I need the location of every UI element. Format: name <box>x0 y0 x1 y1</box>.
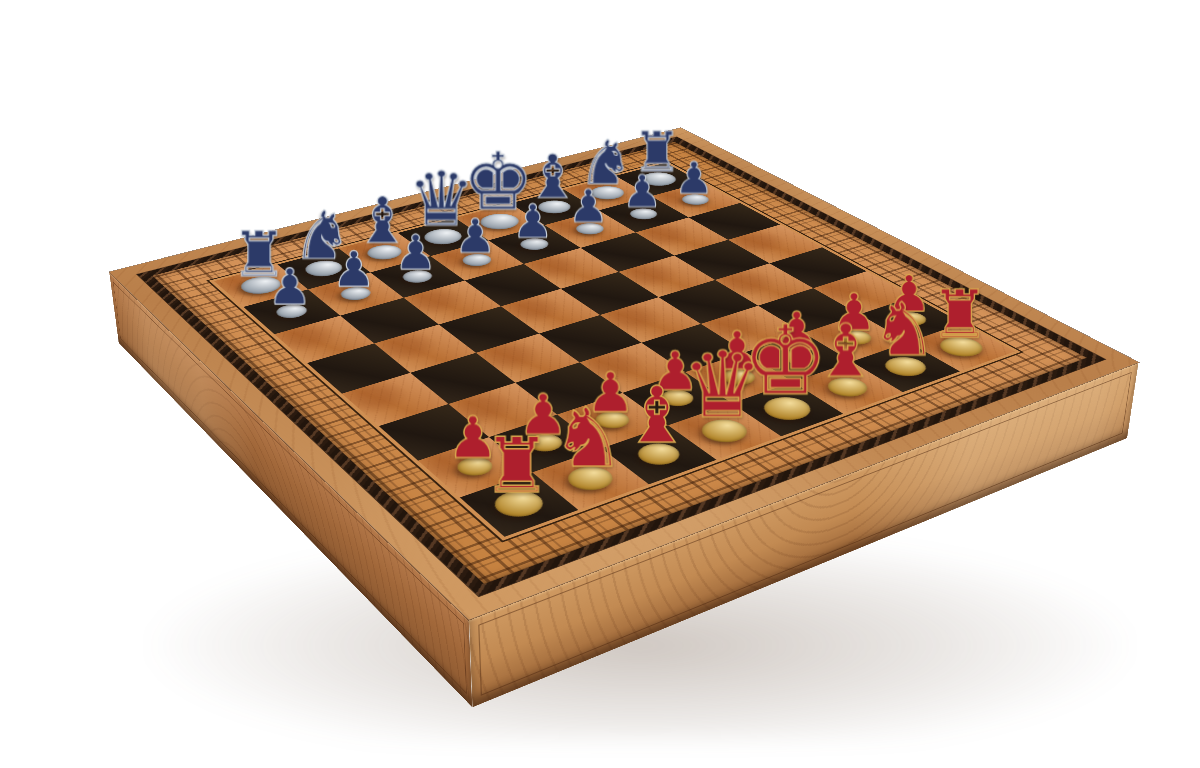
chess-board-chest: ♜♞♟♝♟♚♟♛♟♝♟♞♟♟♜♟♟♜♟♟♞♟♝♟♚♟♛♟♝♟♞♜ <box>109 128 1139 620</box>
pawn-glyph: ♟ <box>512 198 554 244</box>
bishop-glyph: ♝ <box>622 377 692 455</box>
pawn-glyph: ♟ <box>394 229 437 277</box>
pawn-glyph: ♟ <box>454 213 496 260</box>
board-top-face: ♜♞♟♝♟♚♟♛♟♝♟♞♟♟♜♟♟♜♟♟♞♟♝♟♚♟♛♟♝♟♞♜ <box>109 128 1139 620</box>
pawn-glyph: ♟ <box>674 156 714 200</box>
chess-set-photo: ♜♞♟♝♟♚♟♛♟♝♟♞♟♟♜♟♟♜♟♟♞♟♝♟♚♟♛♟♝♟♞♜ <box>0 0 1200 768</box>
pawn-glyph: ♟ <box>267 262 312 312</box>
knight-glyph: ♞ <box>871 293 937 367</box>
pawn-glyph: ♟ <box>568 184 609 230</box>
rook-glyph: ♜ <box>930 281 989 347</box>
queen-glyph: ♛ <box>681 340 763 432</box>
scene-3d: ♜♞♟♝♟♚♟♛♟♝♟♞♟♟♜♟♟♜♟♟♞♟♝♟♚♟♛♟♝♟♞♜ <box>0 0 1200 768</box>
rook-glyph: ♜ <box>482 428 551 504</box>
knight-glyph: ♞ <box>552 397 625 479</box>
pawn-glyph: ♟ <box>622 169 662 214</box>
pawn-glyph: ♟ <box>332 245 376 294</box>
